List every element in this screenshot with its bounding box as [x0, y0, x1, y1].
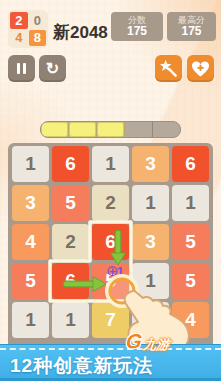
ad-banner-text: 12种创意新玩法	[10, 353, 153, 379]
grid-tile[interactable]: 3	[132, 224, 169, 260]
grid-tile[interactable]: 3	[12, 185, 49, 221]
restart-icon: ↻	[46, 61, 59, 77]
grid-tile[interactable]: 1	[92, 146, 129, 182]
logo-tile: 2	[10, 12, 28, 29]
progress-segment	[41, 122, 69, 137]
best-score-box: 最高分 175	[167, 12, 216, 41]
progress-segment	[125, 122, 153, 137]
heart-plus-button[interactable]	[187, 55, 214, 82]
score-value: 175	[127, 25, 147, 38]
grid-tile[interactable]: 6	[52, 146, 89, 182]
brand-name: 九游	[142, 336, 171, 354]
grid-tile[interactable]: 5	[172, 263, 209, 299]
ad-banner[interactable]: 12种创意新玩法	[0, 344, 221, 381]
grid-tile[interactable]: 6	[52, 263, 89, 299]
grid-tile[interactable]: 1	[12, 302, 49, 338]
grid-tile[interactable]: 7	[92, 302, 129, 338]
grid-tile[interactable]: 5	[12, 263, 49, 299]
magic-wand-icon	[159, 59, 178, 78]
grid-tile[interactable]: 2	[52, 224, 89, 260]
grid-tile[interactable]: 6	[172, 146, 209, 182]
progress-segment	[69, 122, 97, 137]
grid-tile[interactable]: 4	[172, 302, 209, 338]
game-screen: 2048 新2048 分数 175 最高分 175 ↻ 161363521142…	[0, 0, 221, 381]
heart-plus-icon	[191, 60, 210, 78]
logo-tile: 4	[10, 30, 28, 47]
grid-tile[interactable]: 5	[172, 224, 209, 260]
logo-tile: 8	[29, 30, 47, 47]
grid-tile[interactable]: 3	[132, 146, 169, 182]
grid-tile[interactable]: 1	[52, 302, 89, 338]
grid-tile[interactable]: 4	[12, 224, 49, 260]
app-title: 新2048	[53, 21, 108, 44]
progress-segment	[97, 122, 125, 137]
grid-tile[interactable]: 1	[132, 263, 169, 299]
magic-wand-button[interactable]	[155, 55, 182, 82]
restart-button[interactable]: ↻	[39, 55, 66, 82]
best-score-value: 175	[181, 25, 201, 38]
pause-icon	[17, 63, 26, 74]
progress-segment	[153, 122, 180, 137]
grid-tile[interactable]: 1	[12, 146, 49, 182]
pause-button[interactable]	[8, 55, 35, 82]
grid-tile[interactable]: 6	[92, 224, 129, 260]
level-progress-bar	[40, 121, 181, 138]
grid-tile[interactable]: 1	[172, 185, 209, 221]
score-box: 分数 175	[111, 12, 163, 41]
logo-tile: 0	[29, 12, 47, 29]
brand-watermark: G 九游	[124, 331, 171, 354]
grid-tile[interactable]: 1	[132, 185, 169, 221]
grid-tile[interactable]: 5	[92, 263, 129, 299]
grid-tile[interactable]: 2	[92, 185, 129, 221]
grid-tile[interactable]: 5	[52, 185, 89, 221]
app-logo: 2048	[8, 10, 48, 48]
brand-logo-icon: G	[125, 331, 143, 351]
